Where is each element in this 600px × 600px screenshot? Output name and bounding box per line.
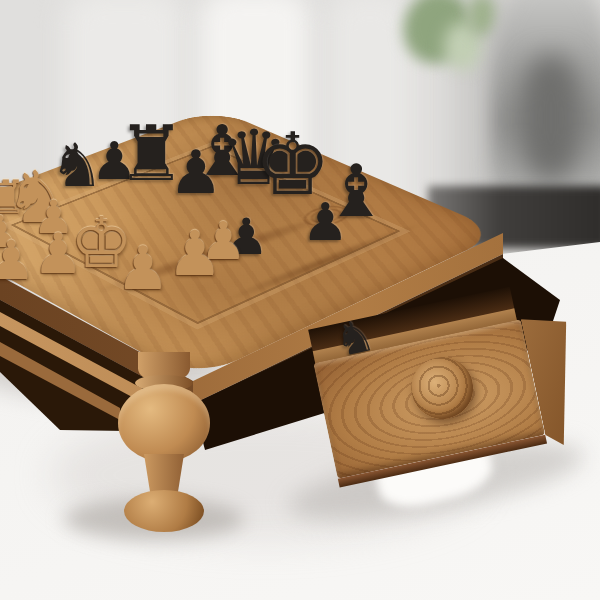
piece-white-pawn[interactable]: ♟ [0,234,35,288]
blurred-statue-shadow [520,55,582,180]
leg-foot [124,490,204,532]
piece-white-pawn[interactable]: ♟ [33,226,83,282]
piece-white-pawn[interactable]: ♟ [167,223,223,285]
piece-white-pawn[interactable]: ♟ [116,238,170,298]
piece-black-pawn[interactable]: ♟ [302,196,349,248]
piece-black-pawn[interactable]: ♟ [169,142,223,202]
table-leg [112,352,216,532]
photo-scene: ♞ ♞♟♜♟♝♛♚♟♟♝♜♞♟♟♟♟♚♟♟♟ [0,0,600,600]
leg-bulge [118,384,210,462]
